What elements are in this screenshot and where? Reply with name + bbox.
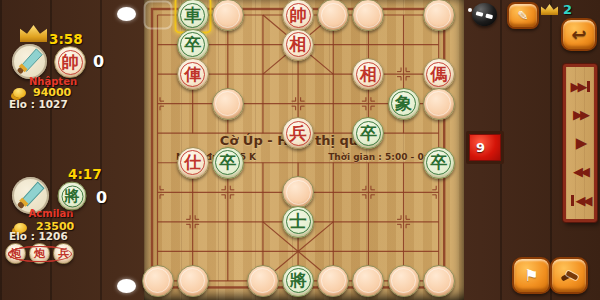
handshake-icon bbox=[560, 269, 578, 283]
piece-red-相[interactable]: 相 bbox=[352, 58, 384, 90]
play-button[interactable]: ▶ bbox=[566, 130, 594, 156]
captured-pieces-tray: 炮炮兵 bbox=[5, 243, 74, 264]
vip-crown-icon bbox=[541, 4, 558, 15]
player-top-general-piece: 帥 bbox=[54, 46, 86, 78]
coin-icon bbox=[13, 88, 26, 98]
piece-red-仕[interactable]: 仕 bbox=[177, 147, 209, 179]
player-bottom-capture-count: 0 bbox=[96, 188, 107, 207]
piece-covered[interactable] bbox=[282, 176, 314, 208]
vip-level: 2 bbox=[563, 2, 572, 17]
piece-covered[interactable] bbox=[142, 265, 174, 297]
winner-crown-icon bbox=[20, 25, 47, 42]
draw-offer-button[interactable] bbox=[550, 257, 588, 294]
forward-button[interactable]: ▶▶ bbox=[566, 102, 594, 128]
rewind-button[interactable]: ◀◀ bbox=[566, 159, 594, 185]
playback-panel: ▶▶ ▶▶ ▶ ◀◀ ◀◀ bbox=[563, 64, 597, 222]
piece-green-卒[interactable]: 卒 bbox=[212, 147, 244, 179]
surrender-button[interactable]: ⚑ bbox=[512, 257, 551, 294]
player-bottom-elo: Elo : 1206 bbox=[9, 230, 68, 242]
last-move-marker bbox=[143, 1, 172, 30]
player-top-avatar[interactable] bbox=[12, 44, 47, 79]
piece-covered[interactable] bbox=[177, 265, 209, 297]
sword-icon bbox=[12, 44, 47, 79]
player-bottom-timer: 4:17 bbox=[68, 166, 102, 182]
player-top-elo: Elo : 1027 bbox=[9, 98, 68, 110]
light-dot bbox=[117, 279, 136, 293]
piece-green-卒[interactable]: 卒 bbox=[423, 147, 455, 179]
piece-green-士[interactable]: 士 bbox=[282, 206, 314, 238]
edit-button[interactable]: ✎ bbox=[507, 2, 539, 29]
piece-red-帥[interactable]: 帥 bbox=[282, 0, 314, 31]
piece-covered[interactable] bbox=[388, 265, 420, 297]
piece-red-兵[interactable]: 兵 bbox=[282, 117, 314, 149]
piece-covered[interactable] bbox=[317, 0, 349, 31]
captured-piece-兵: 兵 bbox=[53, 243, 74, 264]
piece-red-傌[interactable]: 傌 bbox=[423, 58, 455, 90]
piece-covered[interactable] bbox=[423, 88, 455, 120]
piece-covered[interactable] bbox=[352, 265, 384, 297]
back-arrow-icon: ↩ bbox=[571, 24, 586, 45]
light-dot bbox=[117, 7, 136, 21]
bomb-face-icon[interactable] bbox=[472, 3, 497, 26]
piece-covered[interactable] bbox=[212, 0, 244, 31]
piece-covered[interactable] bbox=[212, 88, 244, 120]
piece-red-俥[interactable]: 俥 bbox=[177, 58, 209, 90]
flag-icon: ⚑ bbox=[524, 266, 538, 285]
piece-covered[interactable] bbox=[247, 265, 279, 297]
piece-green-象[interactable]: 象 bbox=[388, 88, 420, 120]
piece-red-相[interactable]: 相 bbox=[282, 29, 314, 61]
back-button[interactable]: ↩ bbox=[561, 18, 597, 51]
piece-covered[interactable] bbox=[423, 265, 455, 297]
piece-covered[interactable] bbox=[317, 265, 349, 297]
to-start-button[interactable]: ◀◀ bbox=[566, 187, 594, 213]
piece-green-車[interactable]: 車 bbox=[177, 0, 209, 31]
piece-green-卒[interactable]: 卒 bbox=[177, 29, 209, 61]
piece-green-將[interactable]: 將 bbox=[282, 265, 314, 297]
pencil-icon: ✎ bbox=[518, 8, 529, 23]
xiangqi-board[interactable]: Cờ Úp - Hiển thị quân Nhận được : 5 K Th… bbox=[144, 0, 464, 300]
player-top-capture-count: 0 bbox=[93, 52, 104, 71]
piece-green-卒[interactable]: 卒 bbox=[352, 117, 384, 149]
piece-covered[interactable] bbox=[352, 0, 384, 31]
player-top-timer: 3:58 bbox=[49, 31, 83, 47]
move-counter-badge: 9 bbox=[466, 131, 504, 164]
piece-covered[interactable] bbox=[423, 0, 455, 31]
player-bottom-general-piece: 將 bbox=[58, 182, 87, 211]
game-screen: Cờ Úp - Hiển thị quân Nhận được : 5 K Th… bbox=[0, 0, 600, 300]
to-end-button[interactable]: ▶▶ bbox=[566, 73, 594, 99]
